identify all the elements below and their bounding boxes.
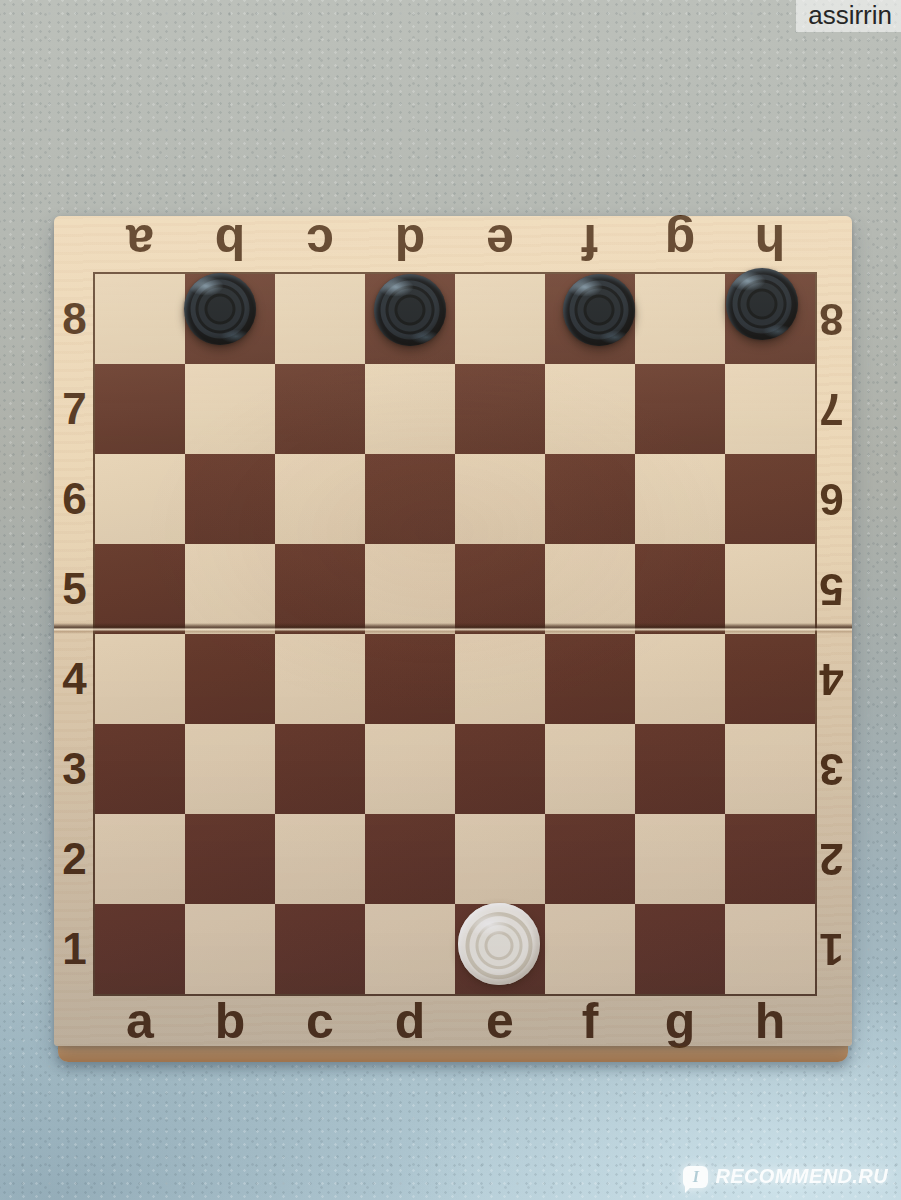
rank-label-right-6: 6 [811,454,852,544]
file-label-bottom-e: e [455,996,545,1046]
file-label-top-g: g [635,216,725,272]
piece-white-man-e1[interactable]: ⛀ [458,903,540,985]
file-label-bottom-b: b [185,996,275,1046]
file-label-bottom-c: c [275,996,365,1046]
file-label-top-h: h [725,216,815,272]
piece-black-man-b8[interactable]: ⛂ [184,273,256,345]
rank-label-right-7: 7 [811,364,852,454]
recommend-ru-label: RECOMMEND.RU [715,1165,888,1188]
rank-label-left-1: 1 [54,904,95,994]
rank-label-left-6: 6 [54,454,95,544]
file-label-top-e: e [455,216,545,272]
rank-label-left-3: 3 [54,724,95,814]
file-label-top-a: a [95,216,185,272]
file-label-bottom-g: g [635,996,725,1046]
rank-label-right-4: 4 [811,634,852,724]
rank-label-right-8: 8 [811,274,852,364]
rank-label-left-7: 7 [54,364,95,454]
rank-labels-left: 87654321 [54,274,95,994]
pieces-layer: ⛂⛂⛂⛂⛀ [95,274,815,994]
rank-label-left-2: 2 [54,814,95,904]
file-label-top-f: f [545,216,635,272]
rank-label-right-5: 5 [811,544,852,634]
file-label-top-b: b [185,216,275,272]
rank-label-right-2: 2 [811,814,852,904]
recommend-ru-watermark: I RECOMMEND.RU [683,1165,888,1188]
speech-bubble-i-icon: I [683,1166,708,1188]
file-label-top-c: c [275,216,365,272]
rank-labels-right: 87654321 [811,274,852,994]
rank-label-right-1: 1 [811,904,852,994]
file-label-bottom-f: f [545,996,635,1046]
file-label-top-d: d [365,216,455,272]
scene: abcdefgh abcdefgh 87654321 87654321 ⛂⛂⛂⛂… [0,0,901,1200]
rank-label-left-8: 8 [54,274,95,364]
file-label-bottom-h: h [725,996,815,1046]
piece-black-man-f8[interactable]: ⛂ [563,274,635,346]
file-labels-top: abcdefgh [95,216,815,272]
rank-label-left-4: 4 [54,634,95,724]
rank-label-left-5: 5 [54,544,95,634]
file-label-bottom-a: a [95,996,185,1046]
file-labels-bottom: abcdefgh [95,996,815,1046]
username-watermark: assirrin [796,0,901,32]
board-side-edge [58,1044,848,1062]
chessboard: abcdefgh abcdefgh 87654321 87654321 ⛂⛂⛂⛂… [54,216,852,1046]
piece-black-man-d8[interactable]: ⛂ [374,274,446,346]
file-label-bottom-d: d [365,996,455,1046]
piece-black-man-h8[interactable]: ⛂ [726,268,798,340]
rank-label-right-3: 3 [811,724,852,814]
